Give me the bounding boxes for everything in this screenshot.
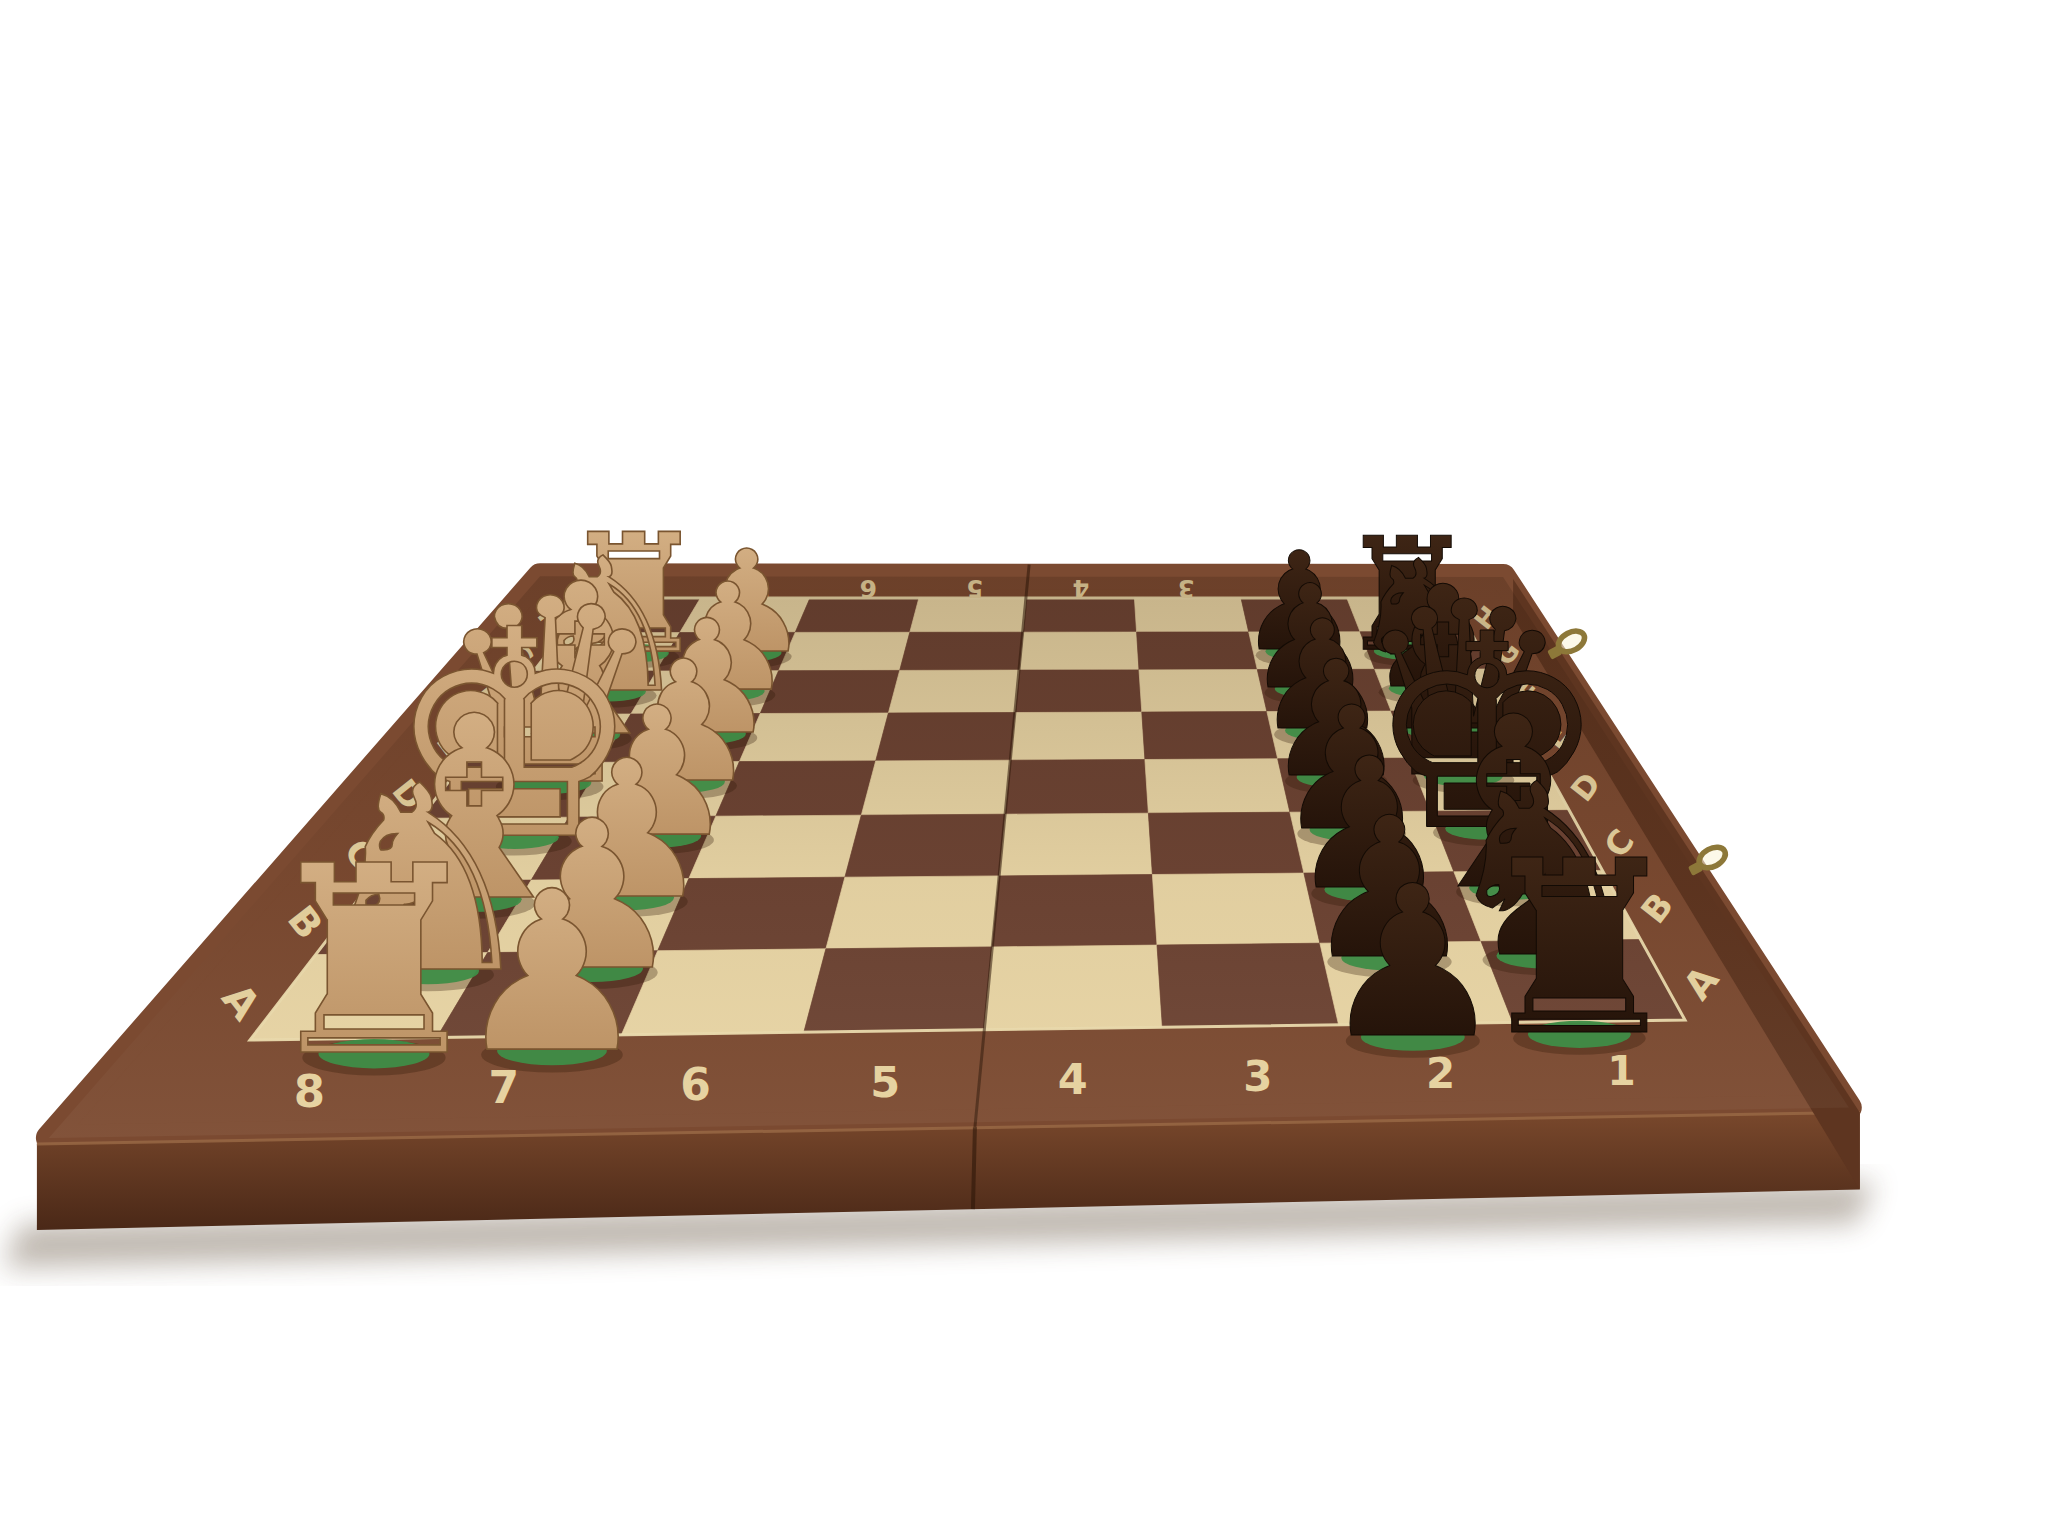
piece-white-pawn-a7[interactable]: ♟ <box>453 844 651 1101</box>
chessboard: 88AA77BB66CC55DD44EE33FF22GG11HH♜♟♟♜♞♟♟♞… <box>0 0 2048 1535</box>
piece-glyph: ♜ <box>1472 809 1687 1089</box>
piece-black-rook-a1[interactable]: ♜ <box>1472 809 1687 1089</box>
fold-seam-front <box>973 1127 975 1209</box>
chess-set-photo: 88AA77BB66CC55DD44EE33FF22GG11HH♜♟♟♜♞♟♟♞… <box>0 0 2048 1535</box>
piece-glyph: ♟ <box>453 844 651 1101</box>
